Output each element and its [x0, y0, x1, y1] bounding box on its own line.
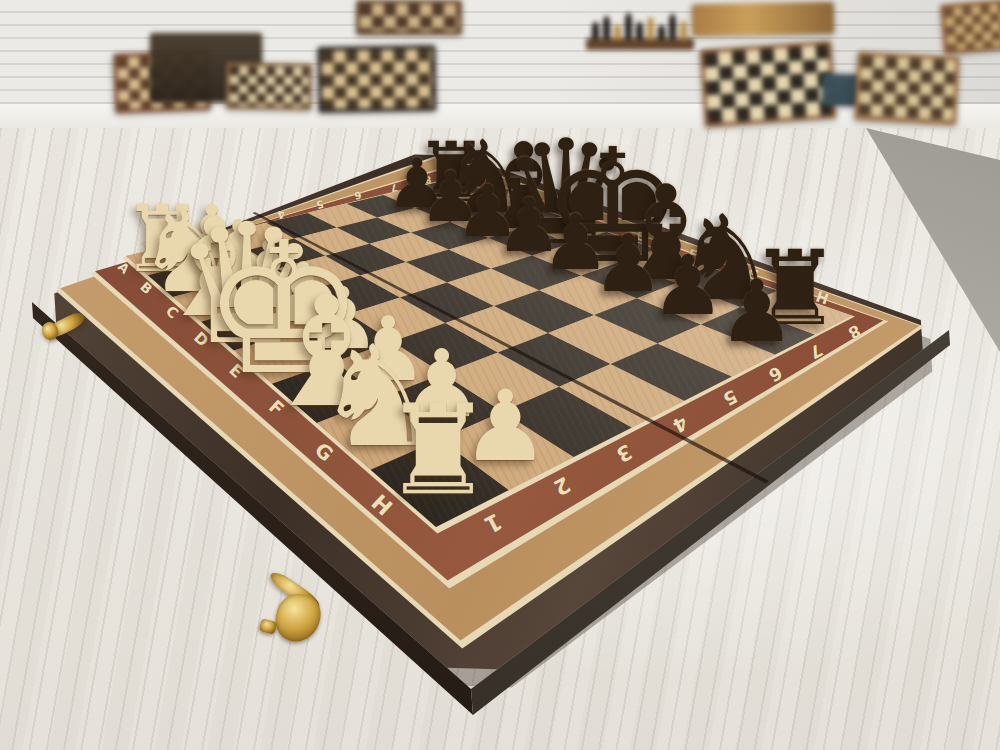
brass-clasp-front: [0, 0, 1000, 750]
chess-board: AABBCCDDEEFFGGHH1122334455667788♜♞♝♛♚♝♞♜…: [0, 0, 1000, 750]
chess-shop-photo: AABBCCDDEEFFGGHH1122334455667788♜♞♝♛♚♝♞♜…: [0, 0, 1000, 750]
